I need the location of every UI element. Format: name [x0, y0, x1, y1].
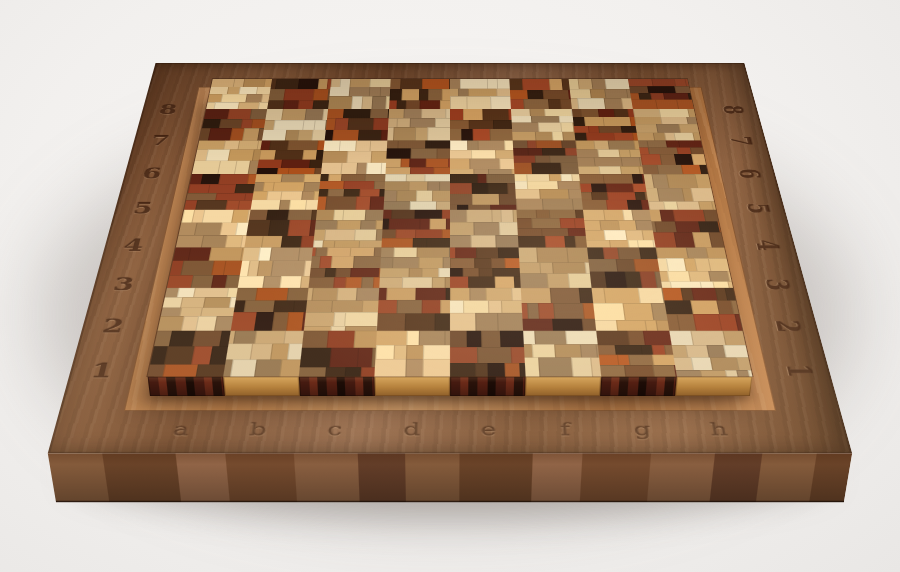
wood-patch — [423, 345, 450, 360]
wood-patch — [192, 210, 206, 224]
board-grid — [148, 79, 753, 377]
square-h5[interactable] — [644, 174, 716, 210]
wood-patch — [432, 277, 446, 288]
square-g8[interactable] — [569, 79, 633, 109]
wood-patch — [649, 233, 677, 248]
wood-patch — [416, 190, 433, 202]
wood-patch — [396, 190, 418, 202]
wood-patch — [195, 364, 230, 376]
square-b7[interactable] — [262, 109, 328, 141]
wood-patch — [288, 210, 314, 221]
wood-patch — [560, 218, 577, 229]
board-photo-scene: 87654321 87654321 abcdefgh — [0, 0, 900, 572]
wood-patch — [381, 219, 390, 230]
wood-patch — [428, 127, 450, 140]
wood-patch — [177, 288, 197, 298]
wood-patch — [357, 348, 374, 368]
wood-patch — [270, 344, 290, 361]
wood-patch — [592, 320, 619, 331]
wood-patch — [487, 363, 507, 377]
wood-patch — [346, 151, 372, 164]
wood-patch — [536, 210, 551, 219]
wood-patch — [676, 201, 700, 209]
wood-patch — [402, 277, 433, 288]
square-h3[interactable] — [656, 247, 733, 287]
square-d2[interactable] — [377, 288, 450, 331]
wood-patch — [552, 262, 587, 274]
wood-patch — [179, 307, 204, 317]
file-label-a: a — [138, 411, 223, 454]
square-h2[interactable] — [662, 288, 742, 331]
wood-patch — [223, 331, 237, 345]
rank-label-right-2: 2 — [765, 308, 810, 345]
wood-patch — [499, 222, 518, 236]
wood-patch — [350, 268, 381, 278]
wood-patch — [275, 79, 300, 90]
wood-patch — [381, 210, 392, 220]
wood-patch — [408, 268, 423, 278]
wood-patch — [641, 230, 655, 240]
square-h7[interactable] — [633, 109, 701, 141]
square-f6[interactable] — [513, 140, 579, 174]
wood-patch — [666, 258, 688, 271]
wood-patch — [584, 262, 591, 274]
wood-patch — [578, 288, 596, 304]
wood-patch — [345, 326, 378, 331]
wood-patch — [519, 273, 550, 288]
wood-patch — [565, 331, 599, 346]
field-edge-segment — [374, 377, 450, 397]
base-front-face — [48, 453, 852, 502]
square-b8[interactable] — [267, 79, 331, 109]
wood-patch — [616, 320, 648, 331]
wood-patch — [450, 235, 472, 247]
field-edge-segment — [299, 377, 375, 397]
square-e1[interactable] — [450, 331, 526, 377]
wood-patch — [666, 174, 698, 189]
wood-patch — [251, 200, 282, 210]
rank-label-left-8: 8 — [141, 102, 195, 117]
wood-patch — [419, 219, 431, 230]
square-c4[interactable] — [313, 210, 384, 248]
rank-label-left-6: 6 — [123, 165, 181, 182]
square-a2[interactable] — [158, 288, 238, 331]
wood-patch — [632, 210, 656, 221]
wood-patch — [450, 210, 468, 223]
wood-patch — [225, 200, 240, 209]
wood-patch — [583, 230, 606, 240]
wood-patch — [512, 288, 523, 302]
wood-patch — [407, 331, 420, 346]
wood-patch — [591, 303, 626, 321]
wood-patch — [643, 331, 677, 346]
wood-patch — [336, 268, 352, 278]
wood-patch — [476, 347, 513, 364]
square-e6[interactable] — [450, 140, 515, 174]
wood-patch — [319, 256, 333, 269]
wood-patch — [609, 240, 630, 248]
wood-patch — [312, 288, 339, 301]
wood-patch — [441, 210, 450, 220]
wood-patch — [158, 316, 186, 330]
wood-patch — [698, 201, 714, 209]
wood-patch — [238, 261, 251, 277]
square-b1[interactable] — [223, 331, 304, 377]
wood-patch — [648, 201, 666, 209]
wood-patch — [474, 258, 492, 268]
wood-patch — [419, 100, 441, 108]
rank-label-left-1: 1 — [67, 359, 135, 382]
square-d7[interactable] — [387, 109, 450, 141]
rank-label-left-2: 2 — [80, 316, 146, 338]
wood-patch — [564, 236, 577, 248]
wood-patch — [223, 344, 253, 361]
wood-patch — [541, 228, 570, 237]
file-label-b: b — [216, 411, 299, 454]
wood-patch — [654, 221, 677, 233]
square-h6[interactable] — [638, 140, 708, 174]
wood-patch — [379, 247, 395, 257]
square-d6[interactable] — [385, 140, 450, 174]
wood-patch — [254, 312, 276, 330]
wood-patch — [374, 359, 407, 377]
wood-patch — [449, 247, 450, 257]
wood-patch — [468, 277, 497, 288]
rank-label-right-3: 3 — [755, 268, 798, 302]
wood-patch — [190, 275, 214, 288]
wood-patch — [656, 247, 689, 259]
wood-patch — [286, 288, 309, 302]
wood-patch — [690, 357, 713, 371]
wood-patch — [188, 247, 213, 261]
wood-patch — [575, 166, 601, 174]
square-h8[interactable] — [628, 79, 694, 109]
square-g3[interactable] — [587, 247, 662, 287]
square-a5[interactable] — [184, 174, 256, 210]
wood-patch — [693, 133, 701, 141]
wood-patch — [230, 359, 258, 376]
square-f4[interactable] — [516, 210, 587, 248]
wood-patch — [443, 257, 450, 269]
wood-patch — [519, 262, 542, 274]
square-d8[interactable] — [389, 79, 450, 109]
wood-patch — [490, 129, 513, 141]
wood-patch — [240, 235, 250, 247]
wood-patch — [516, 218, 533, 229]
wood-patch — [516, 228, 542, 237]
wood-patch — [210, 275, 228, 288]
rank-label-right-1: 1 — [775, 352, 822, 391]
wood-patch — [603, 288, 640, 304]
square-f8[interactable] — [509, 79, 572, 109]
square-c5[interactable] — [317, 174, 385, 210]
wood-patch — [629, 354, 656, 366]
wood-patch — [227, 288, 238, 298]
wood-patch — [673, 365, 676, 376]
wood-patch — [365, 210, 383, 221]
wood-patch — [450, 258, 476, 268]
wood-patch — [578, 98, 607, 109]
chess-board: 87654321 87654321 abcdefgh — [48, 63, 852, 453]
wood-patch — [649, 221, 657, 233]
wood-patch — [486, 288, 514, 302]
wood-patch — [574, 236, 587, 248]
wood-patch — [523, 344, 534, 358]
wood-patch — [548, 210, 577, 219]
wood-patch — [490, 96, 510, 108]
wood-patch — [180, 297, 206, 308]
wood-patch — [410, 201, 438, 209]
square-b5[interactable] — [251, 174, 321, 210]
square-g4[interactable] — [583, 210, 656, 248]
wood-patch — [304, 288, 315, 301]
wood-patch — [377, 288, 388, 301]
rank-label-right-5: 5 — [737, 193, 777, 223]
wood-patch — [552, 319, 584, 331]
wood-patch — [539, 262, 554, 274]
wood-patch — [714, 288, 728, 301]
square-c2[interactable] — [304, 288, 379, 331]
wood-patch — [441, 229, 450, 239]
square-d3[interactable] — [379, 247, 450, 287]
wood-patch — [487, 183, 509, 194]
wood-patch — [580, 200, 608, 210]
wood-patch — [511, 347, 526, 364]
square-c3[interactable] — [309, 247, 382, 287]
wood-patch — [379, 277, 404, 288]
square-e2[interactable] — [450, 288, 523, 331]
wood-patch — [446, 219, 450, 230]
wood-patch — [516, 198, 545, 209]
wood-patch — [468, 205, 492, 210]
rank-label-right-6: 6 — [729, 159, 768, 188]
square-a7[interactable] — [199, 109, 267, 141]
wood-patch — [343, 210, 367, 221]
square-c6[interactable] — [321, 140, 387, 174]
wood-patch — [167, 275, 194, 288]
wood-patch — [693, 233, 713, 248]
square-b6[interactable] — [256, 140, 324, 174]
square-f3[interactable] — [519, 247, 592, 287]
wood-patch — [450, 288, 471, 302]
wood-patch — [511, 132, 536, 141]
wood-patch — [397, 300, 424, 314]
wood-patch — [400, 79, 424, 90]
wood-patch — [585, 240, 611, 248]
wood-patch — [587, 247, 605, 259]
wood-patch — [463, 268, 480, 277]
wood-patch — [271, 261, 307, 277]
wood-patch — [255, 288, 289, 302]
wood-patch — [244, 220, 272, 236]
file-label-e: e — [450, 411, 528, 454]
wood-patch — [304, 261, 313, 277]
wood-patch — [214, 102, 241, 109]
wood-patch — [474, 222, 501, 236]
square-e4[interactable] — [450, 210, 519, 248]
wood-patch — [231, 210, 250, 224]
wood-patch — [637, 240, 655, 248]
wood-patch — [352, 256, 381, 269]
wood-patch — [596, 365, 626, 376]
wood-patch — [650, 303, 669, 321]
wood-patch — [470, 235, 497, 247]
wood-patch — [463, 109, 484, 121]
wood-patch — [656, 258, 670, 271]
wood-patch — [662, 300, 695, 315]
square-g2[interactable] — [591, 288, 669, 331]
square-f1[interactable] — [523, 331, 601, 377]
wood-patch — [585, 133, 615, 141]
wood-patch — [202, 210, 235, 224]
panel-front-edge — [148, 377, 753, 397]
wood-patch — [324, 268, 338, 278]
wood-patch — [595, 344, 601, 358]
wood-patch — [327, 331, 357, 349]
wood-patch — [436, 201, 450, 209]
wood-patch — [244, 210, 269, 221]
square-c7[interactable] — [325, 109, 389, 141]
wood-patch — [495, 277, 516, 288]
wood-patch — [450, 363, 476, 377]
wood-patch — [381, 229, 397, 239]
raised-checker-panel — [148, 79, 753, 377]
wood-patch — [414, 210, 442, 220]
wood-patch — [299, 348, 333, 368]
wood-patch — [656, 320, 670, 331]
wood-patch — [355, 288, 379, 301]
square-e7[interactable] — [450, 109, 513, 141]
wood-patch — [499, 194, 517, 206]
wood-patch — [450, 268, 464, 277]
wood-patch — [450, 183, 473, 194]
wood-patch — [361, 300, 379, 313]
square-f5[interactable] — [515, 174, 583, 210]
square-e3[interactable] — [450, 247, 521, 287]
wood-patch — [240, 247, 244, 261]
square-e5[interactable] — [450, 174, 516, 210]
wood-patch — [169, 260, 185, 276]
wood-patch — [596, 331, 602, 346]
wood-patch — [700, 281, 716, 287]
wood-patch — [445, 277, 450, 288]
square-g6[interactable] — [575, 140, 643, 174]
square-b2[interactable] — [231, 288, 309, 331]
wood-patch — [292, 300, 308, 313]
wood-patch — [473, 129, 491, 141]
wood-patch — [591, 288, 606, 304]
wood-patch — [314, 220, 338, 230]
square-b4[interactable] — [244, 210, 317, 248]
wood-patch — [209, 346, 230, 365]
wood-patch — [491, 210, 503, 223]
wood-patch — [498, 247, 521, 259]
wood-patch — [463, 301, 489, 314]
wood-patch — [685, 345, 710, 359]
wood-patch — [345, 277, 363, 288]
wood-patch — [622, 303, 654, 321]
square-f2[interactable] — [521, 288, 596, 331]
wood-patch — [263, 276, 283, 288]
wood-patch — [238, 276, 266, 288]
square-a3[interactable] — [167, 247, 244, 287]
square-d1[interactable] — [374, 331, 450, 377]
wood-patch — [309, 277, 336, 288]
wood-patch — [429, 219, 447, 230]
wood-patch — [330, 300, 363, 313]
wood-patch — [422, 359, 450, 377]
square-a8[interactable] — [206, 79, 272, 109]
square-h1[interactable] — [669, 331, 752, 377]
square-d5[interactable] — [384, 174, 450, 210]
wood-patch — [211, 260, 227, 276]
wood-patch — [713, 281, 731, 287]
wood-patch — [616, 354, 631, 366]
field-edge-segment — [525, 377, 601, 397]
wood-patch — [622, 210, 635, 221]
wood-patch — [392, 257, 420, 269]
wood-patch — [361, 277, 375, 288]
square-a4[interactable] — [176, 210, 251, 248]
wood-patch — [522, 79, 551, 91]
wood-patch — [501, 301, 523, 314]
wood-patch — [670, 281, 703, 287]
wood-patch — [304, 300, 333, 313]
wood-patch — [492, 268, 521, 277]
wood-patch — [652, 345, 667, 356]
wood-patch — [455, 247, 478, 259]
wood-patch — [596, 354, 619, 366]
wood-patch — [582, 303, 596, 319]
wood-patch — [395, 229, 416, 239]
square-e8[interactable] — [450, 79, 511, 109]
wood-patch — [491, 205, 517, 210]
wood-patch — [475, 312, 500, 330]
wood-patch — [354, 229, 377, 241]
wood-patch — [209, 247, 244, 261]
square-g7[interactable] — [572, 109, 638, 141]
square-g1[interactable] — [596, 331, 677, 377]
wood-patch — [640, 345, 655, 356]
wood-patch — [596, 331, 630, 346]
square-d4[interactable] — [381, 210, 450, 248]
wood-patch — [587, 272, 608, 288]
square-a6[interactable] — [192, 140, 262, 174]
wood-patch — [538, 303, 556, 319]
wood-patch — [499, 331, 525, 348]
square-h4[interactable] — [649, 210, 724, 248]
wood-patch — [442, 89, 450, 101]
wood-patch — [706, 345, 727, 359]
wood-patch — [532, 163, 563, 174]
wood-patch — [158, 307, 182, 317]
square-c8[interactable] — [328, 79, 391, 109]
wood-patch — [466, 331, 483, 348]
wood-patch — [417, 247, 450, 257]
wood-patch — [627, 200, 644, 210]
square-f7[interactable] — [511, 109, 575, 141]
wood-patch — [332, 130, 360, 141]
wood-patch — [536, 247, 569, 263]
wood-patch — [562, 132, 576, 141]
square-c1[interactable] — [299, 331, 377, 377]
square-g5[interactable] — [579, 174, 649, 210]
square-b3[interactable] — [238, 247, 313, 287]
wood-patch — [640, 272, 659, 288]
wood-patch — [283, 331, 304, 345]
square-a1[interactable] — [148, 331, 231, 377]
wood-patch — [519, 363, 526, 377]
